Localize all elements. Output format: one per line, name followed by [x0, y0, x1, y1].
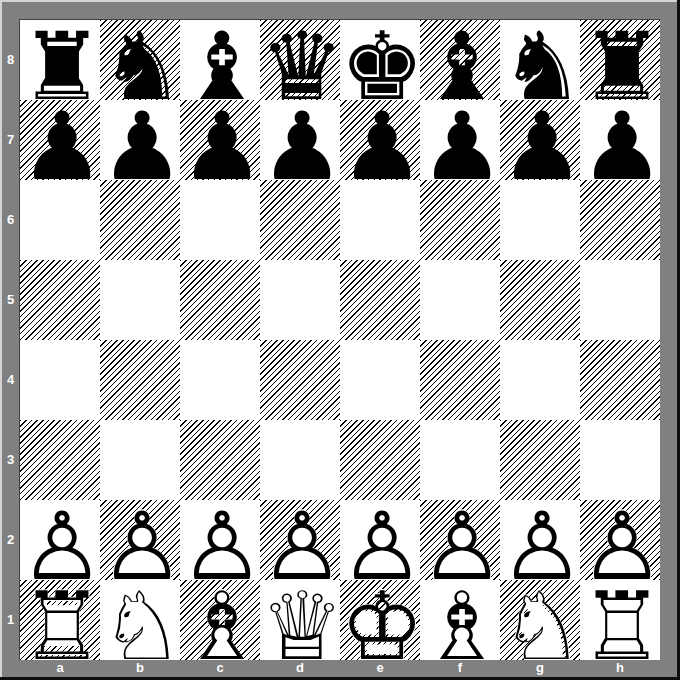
- rank-label-6: 6: [2, 180, 19, 260]
- piece-white-bishop[interactable]: ♗: [420, 580, 500, 660]
- piece-white-rook[interactable]: ♖: [20, 580, 100, 660]
- file-label-a: a: [20, 659, 100, 677]
- square-b5[interactable]: [100, 260, 180, 340]
- square-e7[interactable]: ♟: [340, 100, 420, 180]
- square-e1[interactable]: ♚♔: [340, 580, 420, 660]
- square-f4[interactable]: [420, 340, 500, 420]
- file-label-c: c: [180, 659, 260, 677]
- square-a1[interactable]: ♜♖: [20, 580, 100, 660]
- square-e2[interactable]: ♟♙: [340, 500, 420, 580]
- square-g6[interactable]: [500, 180, 580, 260]
- piece-black-queen[interactable]: ♛: [260, 20, 340, 100]
- piece-white-pawn[interactable]: ♙: [580, 500, 660, 580]
- piece-white-knight[interactable]: ♘: [500, 580, 580, 660]
- square-f8[interactable]: ♝: [420, 20, 500, 100]
- rank-label-1: 1: [2, 580, 19, 660]
- square-f7[interactable]: ♟: [420, 100, 500, 180]
- square-e4[interactable]: [340, 340, 420, 420]
- square-b8[interactable]: ♞: [100, 20, 180, 100]
- square-a2[interactable]: ♟♙: [20, 500, 100, 580]
- piece-black-knight[interactable]: ♞: [100, 20, 180, 100]
- piece-black-pawn[interactable]: ♟: [500, 100, 580, 180]
- square-c3[interactable]: [180, 420, 260, 500]
- file-label-g: g: [500, 659, 580, 677]
- piece-white-pawn[interactable]: ♙: [420, 500, 500, 580]
- square-c4[interactable]: [180, 340, 260, 420]
- square-g4[interactable]: [500, 340, 580, 420]
- piece-black-knight[interactable]: ♞: [500, 20, 580, 100]
- square-c6[interactable]: [180, 180, 260, 260]
- square-f5[interactable]: [420, 260, 500, 340]
- square-e8[interactable]: ♚: [340, 20, 420, 100]
- square-a3[interactable]: [20, 420, 100, 500]
- square-d4[interactable]: [260, 340, 340, 420]
- square-b4[interactable]: [100, 340, 180, 420]
- square-d2[interactable]: ♟♙: [260, 500, 340, 580]
- piece-white-pawn[interactable]: ♙: [100, 500, 180, 580]
- square-g2[interactable]: ♟♙: [500, 500, 580, 580]
- rank-label-4: 4: [2, 340, 19, 420]
- square-a5[interactable]: [20, 260, 100, 340]
- square-h4[interactable]: [580, 340, 660, 420]
- square-b6[interactable]: [100, 180, 180, 260]
- square-d3[interactable]: [260, 420, 340, 500]
- square-h1[interactable]: ♜♖: [580, 580, 660, 660]
- piece-black-pawn[interactable]: ♟: [180, 100, 260, 180]
- square-h7[interactable]: ♟: [580, 100, 660, 180]
- square-a8[interactable]: ♜: [20, 20, 100, 100]
- file-label-b: b: [100, 659, 180, 677]
- square-e3[interactable]: [340, 420, 420, 500]
- file-label-e: e: [340, 659, 420, 677]
- square-d8[interactable]: ♛: [260, 20, 340, 100]
- piece-black-pawn[interactable]: ♟: [420, 100, 500, 180]
- piece-white-pawn[interactable]: ♙: [180, 500, 260, 580]
- square-a7[interactable]: ♟: [20, 100, 100, 180]
- square-c2[interactable]: ♟♙: [180, 500, 260, 580]
- piece-black-pawn[interactable]: ♟: [580, 100, 660, 180]
- square-b2[interactable]: ♟♙: [100, 500, 180, 580]
- square-f3[interactable]: [420, 420, 500, 500]
- piece-white-knight[interactable]: ♘: [100, 580, 180, 660]
- square-b7[interactable]: ♟: [100, 100, 180, 180]
- square-a4[interactable]: [20, 340, 100, 420]
- piece-white-queen[interactable]: ♕: [260, 580, 340, 660]
- square-h6[interactable]: [580, 180, 660, 260]
- square-a6[interactable]: [20, 180, 100, 260]
- file-label-f: f: [420, 659, 500, 677]
- square-c7[interactable]: ♟: [180, 100, 260, 180]
- piece-black-bishop[interactable]: ♝: [420, 20, 500, 100]
- frame-bevel-top: [0, 0, 680, 2]
- piece-black-rook[interactable]: ♜: [20, 20, 100, 100]
- piece-black-pawn[interactable]: ♟: [260, 100, 340, 180]
- piece-black-pawn[interactable]: ♟: [340, 100, 420, 180]
- square-h5[interactable]: [580, 260, 660, 340]
- square-g1[interactable]: ♞♘: [500, 580, 580, 660]
- square-c8[interactable]: ♝: [180, 20, 260, 100]
- file-label-h: h: [580, 659, 660, 677]
- piece-white-bishop[interactable]: ♗: [180, 580, 260, 660]
- piece-white-pawn[interactable]: ♙: [500, 500, 580, 580]
- square-d1[interactable]: ♛♕: [260, 580, 340, 660]
- square-f1[interactable]: ♝♗: [420, 580, 500, 660]
- square-f2[interactable]: ♟♙: [420, 500, 500, 580]
- square-h2[interactable]: ♟♙: [580, 500, 660, 580]
- piece-white-pawn[interactable]: ♙: [20, 500, 100, 580]
- rank-label-5: 5: [2, 260, 19, 340]
- piece-black-king[interactable]: ♚: [340, 20, 420, 100]
- piece-black-rook[interactable]: ♜: [580, 20, 660, 100]
- rank-label-8: 8: [2, 20, 19, 100]
- piece-white-pawn[interactable]: ♙: [260, 500, 340, 580]
- piece-black-pawn[interactable]: ♟: [100, 100, 180, 180]
- square-d5[interactable]: [260, 260, 340, 340]
- rank-label-7: 7: [2, 100, 19, 180]
- square-g8[interactable]: ♞: [500, 20, 580, 100]
- rank-label-3: 3: [2, 420, 19, 500]
- square-e6[interactable]: [340, 180, 420, 260]
- square-h3[interactable]: [580, 420, 660, 500]
- square-g3[interactable]: [500, 420, 580, 500]
- square-g7[interactable]: ♟: [500, 100, 580, 180]
- board: ♜♞♝♛♚♝♞♜♟♟♟♟♟♟♟♟♟♙♟♙♟♙♟♙♟♙♟♙♟♙♟♙♜♖♞♘♝♗♛♕…: [19, 19, 660, 660]
- piece-black-pawn[interactable]: ♟: [20, 100, 100, 180]
- square-d6[interactable]: [260, 180, 340, 260]
- rank-label-2: 2: [2, 500, 19, 580]
- file-label-d: d: [260, 659, 340, 677]
- square-d7[interactable]: ♟: [260, 100, 340, 180]
- piece-white-pawn[interactable]: ♙: [340, 500, 420, 580]
- square-g5[interactable]: [500, 260, 580, 340]
- piece-black-bishop[interactable]: ♝: [180, 20, 260, 100]
- chess-board-window: ♜♞♝♛♚♝♞♜♟♟♟♟♟♟♟♟♟♙♟♙♟♙♟♙♟♙♟♙♟♙♟♙♜♖♞♘♝♗♛♕…: [0, 0, 680, 680]
- square-f6[interactable]: [420, 180, 500, 260]
- square-e5[interactable]: [340, 260, 420, 340]
- square-c5[interactable]: [180, 260, 260, 340]
- piece-white-king[interactable]: ♔: [340, 580, 420, 660]
- piece-white-rook[interactable]: ♖: [580, 580, 660, 660]
- square-c1[interactable]: ♝♗: [180, 580, 260, 660]
- square-b1[interactable]: ♞♘: [100, 580, 180, 660]
- square-b3[interactable]: [100, 420, 180, 500]
- square-h8[interactable]: ♜: [580, 20, 660, 100]
